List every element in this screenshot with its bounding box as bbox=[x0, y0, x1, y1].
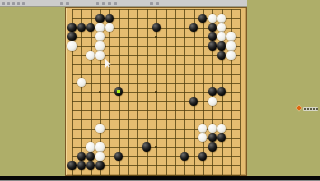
toolbar-button[interactable] bbox=[7, 2, 10, 5]
white-stone bbox=[95, 142, 104, 151]
white-stone bbox=[86, 51, 95, 60]
toolbar-button[interactable] bbox=[2, 2, 5, 5]
white-stone bbox=[95, 51, 104, 60]
white-stone bbox=[95, 152, 104, 161]
white-stone bbox=[226, 51, 235, 60]
black-stone bbox=[67, 161, 76, 170]
letterbox-band bbox=[0, 176, 320, 181]
toolbar-button[interactable] bbox=[17, 2, 20, 5]
grid-line-vertical bbox=[240, 9, 241, 174]
black-stone bbox=[95, 161, 104, 170]
black-stone bbox=[217, 41, 226, 50]
white-stone bbox=[95, 124, 104, 133]
toolbar-button[interactable] bbox=[60, 2, 63, 5]
grid-line-vertical bbox=[194, 9, 195, 174]
white-stone bbox=[86, 142, 95, 151]
grid-line-vertical bbox=[203, 9, 204, 174]
black-stone bbox=[208, 32, 217, 41]
white-stone bbox=[226, 32, 235, 41]
star-point bbox=[155, 36, 157, 38]
toolbar-button[interactable] bbox=[66, 2, 69, 5]
black-stone bbox=[208, 23, 217, 32]
toolbar-button[interactable] bbox=[108, 2, 111, 5]
video-frame bbox=[0, 0, 320, 180]
white-stone bbox=[217, 32, 226, 41]
grid-line-vertical bbox=[166, 9, 167, 174]
grid-line-vertical bbox=[184, 9, 185, 174]
toolbar-button[interactable] bbox=[156, 2, 159, 5]
black-stone bbox=[105, 14, 114, 23]
white-stone bbox=[198, 133, 207, 142]
white-stone bbox=[95, 23, 104, 32]
black-stone bbox=[198, 152, 207, 161]
black-stone bbox=[67, 23, 76, 32]
black-stone bbox=[67, 32, 76, 41]
toolbar-button[interactable] bbox=[150, 2, 153, 5]
watermark-badge bbox=[296, 104, 319, 112]
toolbar-button[interactable] bbox=[12, 2, 15, 5]
white-stone bbox=[217, 14, 226, 23]
white-stone bbox=[77, 78, 86, 87]
white-stone bbox=[208, 124, 217, 133]
toolbar-button[interactable] bbox=[22, 2, 25, 5]
black-stone bbox=[189, 97, 198, 106]
black-stone bbox=[208, 87, 217, 96]
black-stone bbox=[189, 23, 198, 32]
toolbar-button[interactable] bbox=[114, 2, 117, 5]
black-stone bbox=[180, 152, 189, 161]
white-stone bbox=[226, 41, 235, 50]
watermark-text bbox=[303, 107, 318, 111]
black-stone bbox=[77, 23, 86, 32]
black-stone bbox=[208, 41, 217, 50]
white-stone bbox=[67, 41, 76, 50]
black-stone bbox=[198, 14, 207, 23]
white-stone bbox=[208, 97, 217, 106]
black-stone bbox=[114, 152, 123, 161]
white-stone bbox=[217, 23, 226, 32]
black-stone bbox=[217, 87, 226, 96]
black-stone bbox=[77, 161, 86, 170]
black-stone bbox=[217, 133, 226, 142]
black-stone bbox=[86, 23, 95, 32]
toolbar-button[interactable] bbox=[96, 2, 99, 5]
star-point bbox=[99, 91, 101, 93]
white-stone bbox=[198, 124, 207, 133]
black-stone bbox=[142, 142, 151, 151]
white-stone bbox=[105, 23, 114, 32]
black-stone bbox=[152, 23, 161, 32]
black-stone bbox=[95, 14, 104, 23]
grid-line-horizontal bbox=[72, 110, 240, 111]
white-stone bbox=[208, 14, 217, 23]
black-stone bbox=[208, 142, 217, 151]
white-stone bbox=[95, 41, 104, 50]
black-stone bbox=[217, 51, 226, 60]
grid-line-vertical bbox=[175, 9, 176, 174]
white-stone bbox=[217, 124, 226, 133]
black-stone bbox=[86, 161, 95, 170]
grid-line-horizontal bbox=[72, 119, 240, 120]
black-stone bbox=[208, 133, 217, 142]
orange-diamond-icon bbox=[296, 105, 302, 111]
last-move-marker bbox=[117, 90, 120, 93]
white-stone bbox=[95, 32, 104, 41]
toolbar-button[interactable] bbox=[102, 2, 105, 5]
black-stone bbox=[86, 152, 95, 161]
black-stone bbox=[77, 152, 86, 161]
goban-board[interactable] bbox=[65, 7, 247, 177]
